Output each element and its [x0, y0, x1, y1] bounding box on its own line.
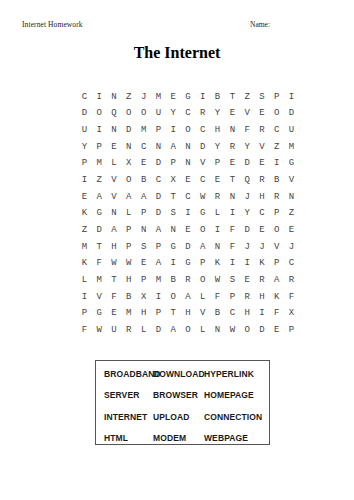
grid-cell-r13c13: H — [255, 289, 270, 306]
grid-cell-r1c10: B — [210, 89, 225, 106]
grid-cell-r2c10: Y — [210, 106, 225, 123]
grid-cell-r14c9: V — [195, 305, 210, 322]
grid-cell-r5c12: D — [240, 156, 255, 173]
grid-cell-r3c1: U — [77, 122, 92, 139]
grid-cell-r7c2: A — [92, 189, 107, 206]
grid-cell-r3c14: C — [269, 122, 284, 139]
grid-cell-r15c2: W — [92, 322, 107, 339]
grid-cell-r10c14: V — [269, 239, 284, 256]
grid-cell-r11c7: I — [166, 255, 181, 272]
grid-cell-r14c13: I — [255, 305, 270, 322]
grid-cell-r6c13: R — [255, 172, 270, 189]
grid-cell-r9c5: N — [136, 222, 151, 239]
grid-cell-r6c1: I — [77, 172, 92, 189]
grid-cell-r10c15: J — [284, 239, 299, 256]
word-broadband: BROADBAND — [104, 369, 153, 390]
grid-cell-r4c12: Y — [240, 139, 255, 156]
grid-cell-r4c1: Y — [77, 139, 92, 156]
grid-cell-r6c15: V — [284, 172, 299, 189]
grid-cell-r6c10: E — [210, 172, 225, 189]
grid-cell-r5c4: X — [121, 156, 136, 173]
grid-cell-r14c5: H — [136, 305, 151, 322]
grid-cell-r9c2: D — [92, 222, 107, 239]
grid-cell-r15c11: W — [225, 322, 240, 339]
grid-cell-r12c9: O — [195, 272, 210, 289]
grid-cell-r2c6: U — [151, 106, 166, 123]
grid-cell-r2c4: O — [121, 106, 136, 123]
grid-cell-r10c2: T — [92, 239, 107, 256]
grid-cell-r5c3: L — [107, 156, 122, 173]
grid-cell-r2c7: Y — [166, 106, 181, 123]
grid-cell-r9c6: A — [151, 222, 166, 239]
grid-cell-r4c9: D — [195, 139, 210, 156]
grid-cell-r1c5: J — [136, 89, 151, 106]
grid-cell-r10c4: P — [121, 239, 136, 256]
grid-cell-r13c2: V — [92, 289, 107, 306]
grid-cell-r7c15: N — [284, 189, 299, 206]
grid-cell-r13c4: B — [121, 289, 136, 306]
grid-cell-r2c11: E — [225, 106, 240, 123]
grid-cell-r6c6: C — [151, 172, 166, 189]
grid-cell-r10c6: P — [151, 239, 166, 256]
word-download: DOWNLOAD — [153, 369, 204, 390]
grid-cell-r14c6: P — [151, 305, 166, 322]
grid-cell-r13c1: I — [77, 289, 92, 306]
grid-cell-r7c10: R — [210, 189, 225, 206]
grid-cell-r10c7: G — [166, 239, 181, 256]
grid-cell-r4c14: Z — [269, 139, 284, 156]
grid-cell-r3c7: I — [166, 122, 181, 139]
grid-cell-r14c4: M — [121, 305, 136, 322]
grid-cell-r7c9: W — [195, 189, 210, 206]
grid-cell-r9c3: A — [107, 222, 122, 239]
grid-cell-r1c15: I — [284, 89, 299, 106]
grid-cell-r1c8: G — [181, 89, 196, 106]
grid-cell-r13c7: O — [166, 289, 181, 306]
grid-cell-r5c5: E — [136, 156, 151, 173]
grid-cell-r11c8: G — [181, 255, 196, 272]
grid-cell-r11c11: I — [225, 255, 240, 272]
grid-cell-r3c4: D — [121, 122, 136, 139]
grid-cell-r3c2: I — [92, 122, 107, 139]
grid-cell-r10c8: D — [181, 239, 196, 256]
grid-cell-r2c2: O — [92, 106, 107, 123]
grid-cell-r5c14: I — [269, 156, 284, 173]
header-left-text: Internet Homework — [22, 20, 83, 29]
grid-cell-r9c11: F — [225, 222, 240, 239]
grid-cell-r6c5: B — [136, 172, 151, 189]
grid-cell-r5c15: G — [284, 156, 299, 173]
grid-cell-r11c3: W — [107, 255, 122, 272]
grid-cell-r13c9: L — [195, 289, 210, 306]
grid-cell-r13c3: F — [107, 289, 122, 306]
grid-cell-r5c9: V — [195, 156, 210, 173]
grid-cell-r3c3: N — [107, 122, 122, 139]
grid-cell-r14c7: T — [166, 305, 181, 322]
grid-cell-r14c3: E — [107, 305, 122, 322]
word-browser: BROWSER — [153, 390, 204, 411]
grid-cell-r6c4: O — [121, 172, 136, 189]
grid-cell-r6c9: C — [195, 172, 210, 189]
grid-cell-r11c4: W — [121, 255, 136, 272]
grid-cell-r3c6: P — [151, 122, 166, 139]
grid-cell-r15c1: F — [77, 322, 92, 339]
grid-cell-r5c11: E — [225, 156, 240, 173]
grid-cell-r4c2: P — [92, 139, 107, 156]
grid-cell-r6c7: X — [166, 172, 181, 189]
grid-cell-r1c13: S — [255, 89, 270, 106]
grid-cell-r9c10: I — [210, 222, 225, 239]
grid-cell-r7c12: J — [240, 189, 255, 206]
grid-cell-r3c5: M — [136, 122, 151, 139]
grid-cell-r6c3: V — [107, 172, 122, 189]
grid-cell-r9c1: Z — [77, 222, 92, 239]
grid-cell-r2c14: O — [269, 106, 284, 123]
grid-cell-r7c6: D — [151, 189, 166, 206]
grid-cell-r12c14: A — [269, 272, 284, 289]
grid-cell-r15c10: N — [210, 322, 225, 339]
grid-cell-r12c11: S — [225, 272, 240, 289]
grid-cell-r3c11: N — [225, 122, 240, 139]
grid-cell-r13c12: R — [240, 289, 255, 306]
word-webpage: WEBPAGE — [204, 433, 264, 454]
word-server: SERVER — [104, 390, 153, 411]
grid-cell-r8c1: K — [77, 205, 92, 222]
grid-cell-r10c5: S — [136, 239, 151, 256]
grid-cell-r14c15: X — [284, 305, 299, 322]
grid-cell-r12c2: M — [92, 272, 107, 289]
word-html: HTML — [104, 433, 153, 454]
grid-cell-r12c4: H — [121, 272, 136, 289]
grid-cell-r10c10: N — [210, 239, 225, 256]
grid-cell-r1c3: N — [107, 89, 122, 106]
grid-cell-r10c12: J — [240, 239, 255, 256]
grid-cell-r7c14: R — [269, 189, 284, 206]
grid-cell-r8c4: L — [121, 205, 136, 222]
grid-cell-r7c13: H — [255, 189, 270, 206]
grid-cell-r11c10: K — [210, 255, 225, 272]
grid-cell-r11c12: I — [240, 255, 255, 272]
grid-cell-r2c13: E — [255, 106, 270, 123]
grid-cell-r9c15: E — [284, 222, 299, 239]
word-upload: UPLOAD — [153, 412, 204, 433]
grid-cell-r15c14: E — [269, 322, 284, 339]
grid-cell-r1c1: C — [77, 89, 92, 106]
grid-cell-r10c3: H — [107, 239, 122, 256]
grid-cell-r13c5: X — [136, 289, 151, 306]
grid-cell-r12c5: P — [136, 272, 151, 289]
grid-cell-r12c7: B — [166, 272, 181, 289]
grid-cell-r1c4: Z — [121, 89, 136, 106]
grid-cell-r15c3: U — [107, 322, 122, 339]
grid-cell-r5c7: P — [166, 156, 181, 173]
grid-cell-r13c15: F — [284, 289, 299, 306]
grid-cell-r8c12: Y — [240, 205, 255, 222]
grid-cell-r2c12: V — [240, 106, 255, 123]
grid-cell-r10c13: J — [255, 239, 270, 256]
grid-cell-r12c8: R — [181, 272, 196, 289]
word-internet: INTERNET — [104, 412, 153, 433]
grid-cell-r7c3: V — [107, 189, 122, 206]
grid-cell-r4c8: N — [181, 139, 196, 156]
grid-cell-r1c2: I — [92, 89, 107, 106]
grid-cell-r2c9: R — [195, 106, 210, 123]
grid-cell-r8c13: C — [255, 205, 270, 222]
grid-cell-r3c9: C — [195, 122, 210, 139]
grid-cell-r14c12: H — [240, 305, 255, 322]
grid-cell-r1c11: T — [225, 89, 240, 106]
grid-cell-r9c12: D — [240, 222, 255, 239]
page-title: The Internet — [0, 44, 354, 62]
grid-cell-r8c2: G — [92, 205, 107, 222]
grid-cell-r7c11: N — [225, 189, 240, 206]
grid-cell-r6c11: T — [225, 172, 240, 189]
grid-cell-r12c12: E — [240, 272, 255, 289]
grid-cell-r5c10: P — [210, 156, 225, 173]
grid-cell-r9c14: O — [269, 222, 284, 239]
word-homepage: HOMEPAGE — [204, 390, 264, 411]
grid-cell-r11c14: P — [269, 255, 284, 272]
grid-cell-r15c9: L — [195, 322, 210, 339]
grid-cell-r8c9: G — [195, 205, 210, 222]
grid-cell-r15c6: D — [151, 322, 166, 339]
grid-cell-r1c12: Z — [240, 89, 255, 106]
grid-cell-r3c12: F — [240, 122, 255, 139]
grid-cell-r2c3: Q — [107, 106, 122, 123]
grid-cell-r1c6: M — [151, 89, 166, 106]
grid-cell-r3c10: H — [210, 122, 225, 139]
word-modem: MODEM — [153, 433, 204, 454]
grid-cell-r4c13: V — [255, 139, 270, 156]
grid-cell-r11c5: E — [136, 255, 151, 272]
grid-cell-r12c3: T — [107, 272, 122, 289]
grid-cell-r14c10: B — [210, 305, 225, 322]
grid-cell-r7c8: C — [181, 189, 196, 206]
grid-cell-r3c13: R — [255, 122, 270, 139]
grid-cell-r13c10: F — [210, 289, 225, 306]
grid-cell-r11c1: K — [77, 255, 92, 272]
grid-cell-r15c12: O — [240, 322, 255, 339]
grid-cell-r6c8: E — [181, 172, 196, 189]
grid-cell-r8c6: D — [151, 205, 166, 222]
grid-cell-r1c14: P — [269, 89, 284, 106]
grid-cell-r15c13: D — [255, 322, 270, 339]
worksheet-page: Internet Homework Name: The Internet CIN… — [0, 0, 354, 500]
grid-cell-r8c10: L — [210, 205, 225, 222]
grid-cell-r14c2: G — [92, 305, 107, 322]
grid-cell-r11c9: P — [195, 255, 210, 272]
grid-cell-r9c4: P — [121, 222, 136, 239]
grid-cell-r15c8: O — [181, 322, 196, 339]
grid-cell-r12c1: L — [77, 272, 92, 289]
grid-cell-r13c8: A — [181, 289, 196, 306]
grid-cell-r12c10: W — [210, 272, 225, 289]
grid-cell-r4c6: N — [151, 139, 166, 156]
word-search-grid: CINZJMEGIBTZSPIDOQOOUYCRYEVEODUINDMPIOCH… — [77, 89, 299, 339]
grid-cell-r10c11: F — [225, 239, 240, 256]
grid-cell-r9c7: N — [166, 222, 181, 239]
grid-cell-r5c8: N — [181, 156, 196, 173]
grid-cell-r4c10: Y — [210, 139, 225, 156]
grid-cell-r2c5: O — [136, 106, 151, 123]
grid-cell-r1c7: E — [166, 89, 181, 106]
grid-cell-r4c5: C — [136, 139, 151, 156]
grid-cell-r13c6: I — [151, 289, 166, 306]
grid-cell-r8c15: Z — [284, 205, 299, 222]
grid-cell-r7c1: E — [77, 189, 92, 206]
grid-cell-r13c11: P — [225, 289, 240, 306]
grid-cell-r3c15: U — [284, 122, 299, 139]
grid-cell-r8c11: I — [225, 205, 240, 222]
grid-cell-r7c7: T — [166, 189, 181, 206]
grid-cell-r5c13: E — [255, 156, 270, 173]
grid-cell-r1c9: I — [195, 89, 210, 106]
grid-cell-r6c14: B — [269, 172, 284, 189]
grid-cell-r10c1: M — [77, 239, 92, 256]
grid-cell-r4c11: R — [225, 139, 240, 156]
grid-cell-r13c14: K — [269, 289, 284, 306]
grid-cell-r4c15: M — [284, 139, 299, 156]
grid-cell-r9c9: O — [195, 222, 210, 239]
grid-cell-r8c3: N — [107, 205, 122, 222]
grid-cell-r8c14: P — [269, 205, 284, 222]
grid-cell-r11c6: A — [151, 255, 166, 272]
grid-cell-r14c1: P — [77, 305, 92, 322]
grid-cell-r14c14: F — [269, 305, 284, 322]
grid-cell-r15c15: P — [284, 322, 299, 339]
grid-cell-r9c8: E — [181, 222, 196, 239]
grid-cell-r9c13: E — [255, 222, 270, 239]
word-bank-box: BROADBANDDOWNLOADHYPERLINKSERVERBROWSERH… — [95, 360, 270, 445]
grid-cell-r4c7: A — [166, 139, 181, 156]
grid-cell-r8c5: P — [136, 205, 151, 222]
grid-cell-r6c2: Z — [92, 172, 107, 189]
word-hyperlink: HYPERLINK — [204, 369, 264, 390]
grid-cell-r4c4: N — [121, 139, 136, 156]
grid-cell-r2c15: D — [284, 106, 299, 123]
grid-cell-r5c2: M — [92, 156, 107, 173]
grid-cell-r8c8: I — [181, 205, 196, 222]
grid-cell-r15c4: R — [121, 322, 136, 339]
grid-cell-r15c7: A — [166, 322, 181, 339]
grid-cell-r2c8: C — [181, 106, 196, 123]
grid-cell-r11c13: K — [255, 255, 270, 272]
word-connection: CONNECTION — [204, 412, 264, 433]
grid-cell-r7c5: A — [136, 189, 151, 206]
grid-cell-r12c6: M — [151, 272, 166, 289]
grid-cell-r10c9: A — [195, 239, 210, 256]
grid-cell-r2c1: D — [77, 106, 92, 123]
grid-cell-r11c2: F — [92, 255, 107, 272]
grid-cell-r14c8: H — [181, 305, 196, 322]
grid-cell-r12c13: R — [255, 272, 270, 289]
grid-cell-r12c15: R — [284, 272, 299, 289]
grid-cell-r6c12: Q — [240, 172, 255, 189]
grid-cell-r5c6: D — [151, 156, 166, 173]
grid-cell-r14c11: C — [225, 305, 240, 322]
grid-cell-r3c8: O — [181, 122, 196, 139]
grid-cell-r11c15: C — [284, 255, 299, 272]
grid-cell-r8c7: S — [166, 205, 181, 222]
grid-cell-r4c3: E — [107, 139, 122, 156]
grid-cell-r7c4: A — [121, 189, 136, 206]
word-bank-list: BROADBANDDOWNLOADHYPERLINKSERVERBROWSERH… — [96, 361, 269, 455]
grid-cell-r15c5: L — [136, 322, 151, 339]
grid-cell-r5c1: P — [77, 156, 92, 173]
name-label: Name: — [250, 20, 270, 29]
